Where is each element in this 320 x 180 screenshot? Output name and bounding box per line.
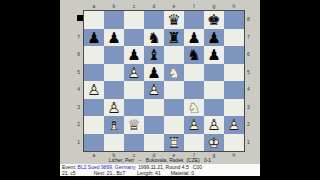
square-f5[interactable] [184, 64, 204, 82]
white-queen-fill: ♛ [124, 116, 144, 134]
square-e8[interactable]: ♛ [164, 11, 184, 29]
square-d6[interactable]: ♝ [144, 46, 164, 64]
square-d1[interactable] [144, 134, 164, 152]
white-rook: ♖ [164, 134, 184, 152]
chess-diagram-stage: abcdefgh 87654321 87654321 ♛♚♟♟♞♜♟♟♟♝♞♟♟… [0, 0, 320, 180]
material-field: Material: 0 [171, 171, 194, 177]
square-g3[interactable] [204, 99, 224, 117]
square-d3[interactable] [144, 99, 164, 117]
white-pawn: ♙ [204, 116, 224, 134]
square-d2[interactable] [144, 116, 164, 134]
square-g2[interactable]: ♟♙ [204, 116, 224, 134]
square-a7[interactable]: ♟ [84, 29, 104, 47]
square-e2[interactable] [164, 116, 184, 134]
square-d5[interactable]: ♟ [144, 64, 164, 82]
square-h6[interactable] [224, 46, 244, 64]
rank-label-2: 2 [66, 116, 80, 134]
square-f2[interactable]: ♟♙ [184, 116, 204, 134]
square-b7[interactable]: ♟ [104, 29, 124, 47]
square-a1[interactable] [84, 134, 104, 152]
letterbox-left [0, 0, 60, 180]
square-c3[interactable] [124, 99, 144, 117]
white-pawn-fill: ♟ [204, 116, 224, 134]
black-pawn: ♟ [124, 46, 144, 64]
square-g6[interactable]: ♟ [204, 46, 224, 64]
white-king: ♔ [204, 134, 224, 152]
square-b3[interactable]: ♟♙ [104, 99, 124, 117]
white-pawn: ♙ [84, 81, 104, 99]
black-queen: ♛ [164, 11, 184, 29]
white-pawn: ♙ [124, 64, 144, 82]
white-pawn-fill: ♟ [224, 116, 244, 134]
rank-label-6: 6 [66, 46, 80, 64]
file-label-d: d [144, 2, 164, 10]
white-knight-fill: ♞ [184, 99, 204, 117]
file-label-e: e [164, 2, 184, 10]
square-a5[interactable] [84, 64, 104, 82]
black-king: ♚ [204, 11, 224, 29]
white-pawn-fill: ♟ [124, 64, 144, 82]
square-e6[interactable] [164, 46, 184, 64]
square-g4[interactable] [204, 81, 224, 99]
square-f7[interactable]: ♟ [184, 29, 204, 47]
square-a2[interactable] [84, 116, 104, 134]
square-b8[interactable] [104, 11, 124, 29]
rank-label-5: 5 [247, 64, 261, 82]
rank-label-1: 1 [247, 134, 261, 152]
black-pawn: ♟ [144, 64, 164, 82]
white-knight: ♘ [184, 99, 204, 117]
square-b5[interactable] [104, 64, 124, 82]
rank-labels-left: 87654321 [66, 11, 80, 151]
rank-label-2: 2 [247, 116, 261, 134]
square-f8[interactable] [184, 11, 204, 29]
square-a6[interactable] [84, 46, 104, 64]
rank-label-4: 4 [66, 81, 80, 99]
square-c7[interactable] [124, 29, 144, 47]
rank-label-8: 8 [247, 11, 261, 29]
square-h2[interactable]: ♟♙ [224, 116, 244, 134]
black-pawn: ♟ [184, 29, 204, 47]
square-h7[interactable] [224, 29, 244, 47]
rank-labels-right: 87654321 [247, 11, 261, 151]
black-to-move-indicator [77, 15, 83, 21]
file-label-f: f [184, 2, 204, 10]
black-pawn: ♟ [204, 29, 224, 47]
white-queen: ♕ [124, 116, 144, 134]
game-title-line: Licher, Petr -- Bukovala, Radek (CZE) 0-… [60, 156, 260, 164]
file-label-g: g [204, 2, 224, 10]
rank-label-6: 6 [247, 46, 261, 64]
square-f3[interactable]: ♞♘ [184, 99, 204, 117]
square-c6[interactable]: ♟ [124, 46, 144, 64]
file-label-b: b [104, 2, 124, 10]
square-c2[interactable]: ♛♕ [124, 116, 144, 134]
square-g1[interactable]: ♚♔ [204, 134, 224, 152]
file-label-c: c [124, 2, 144, 10]
square-b6[interactable] [104, 46, 124, 64]
white-pawn: ♙ [224, 116, 244, 134]
white-pawn-fill: ♟ [104, 99, 124, 117]
square-a4[interactable]: ♟♙ [84, 81, 104, 99]
black-knight: ♞ [144, 29, 164, 47]
rank-label-7: 7 [247, 29, 261, 47]
square-g7[interactable]: ♟ [204, 29, 224, 47]
rank-label-4: 4 [247, 81, 261, 99]
square-h4[interactable] [224, 81, 244, 99]
square-b1[interactable] [104, 134, 124, 152]
white-rook-fill: ♜ [164, 134, 184, 152]
white-knight-fill: ♞ [164, 64, 184, 82]
black-pawn: ♟ [204, 46, 224, 64]
black-pawn: ♟ [84, 29, 104, 47]
square-f1[interactable] [184, 134, 204, 152]
game-info-box: Event: BL2 Sued 9899, Germany 1999.11.21… [60, 164, 260, 176]
board-frame: abcdefgh 87654321 87654321 ♛♚♟♟♞♜♟♟♟♝♞♟♟… [60, 0, 260, 164]
square-g8[interactable]: ♚ [204, 11, 224, 29]
move-played: 21. c5 [62, 171, 76, 177]
rank-label-1: 1 [66, 134, 80, 152]
square-d8[interactable] [144, 11, 164, 29]
white-king-fill: ♚ [204, 134, 224, 152]
square-c4[interactable] [124, 81, 144, 99]
square-c8[interactable] [124, 11, 144, 29]
square-h1[interactable] [224, 134, 244, 152]
eco-code: C00 [193, 164, 202, 170]
file-label-a: a [84, 2, 104, 10]
square-e3[interactable] [164, 99, 184, 117]
square-h5[interactable] [224, 64, 244, 82]
square-c5[interactable]: ♟♙ [124, 64, 144, 82]
square-a3[interactable] [84, 99, 104, 117]
status-line: 21. c5Next: 21...Bc7Length: 41Material: … [62, 171, 260, 177]
board[interactable]: ♛♚♟♟♞♜♟♟♟♝♞♟♟♙♟♞♘♟♙♟♙♟♙♞♘♝♗♛♕♟♙♟♙♟♙♜♖♚♔ [84, 11, 244, 151]
black-rook: ♜ [164, 29, 184, 47]
square-b2[interactable]: ♝♗ [104, 116, 124, 134]
next-move: Next: 21...Bc7 [94, 171, 125, 177]
white-pawn: ♙ [184, 116, 204, 134]
rank-label-5: 5 [66, 64, 80, 82]
white-pawn: ♙ [144, 81, 164, 99]
square-a8[interactable] [84, 11, 104, 29]
square-d4[interactable]: ♟♙ [144, 81, 164, 99]
white-bishop: ♗ [104, 116, 124, 134]
square-f4[interactable] [184, 81, 204, 99]
letterbox-right [260, 0, 320, 180]
file-labels-top: abcdefgh [84, 2, 244, 10]
white-knight: ♘ [164, 64, 184, 82]
square-f6[interactable]: ♞ [184, 46, 204, 64]
file-label-h: h [224, 2, 244, 10]
square-h3[interactable] [224, 99, 244, 117]
square-c1[interactable] [124, 134, 144, 152]
black-bishop: ♝ [144, 46, 164, 64]
square-d7[interactable]: ♞ [144, 29, 164, 47]
square-e5[interactable]: ♞♘ [164, 64, 184, 82]
rank-label-3: 3 [247, 99, 261, 117]
square-e7[interactable]: ♜ [164, 29, 184, 47]
white-pawn: ♙ [104, 99, 124, 117]
square-g5[interactable] [204, 64, 224, 82]
rank-label-7: 7 [66, 29, 80, 47]
square-b4[interactable] [104, 81, 124, 99]
rank-label-3: 3 [66, 99, 80, 117]
white-pawn-fill: ♟ [84, 81, 104, 99]
black-knight: ♞ [184, 46, 204, 64]
white-pawn-fill: ♟ [144, 81, 164, 99]
white-bishop-fill: ♝ [104, 116, 124, 134]
black-pawn: ♟ [104, 29, 124, 47]
square-e4[interactable] [164, 81, 184, 99]
square-e1[interactable]: ♜♖ [164, 134, 184, 152]
white-pawn-fill: ♟ [184, 116, 204, 134]
square-h8[interactable] [224, 11, 244, 29]
length-field: Length: 41 [137, 171, 161, 177]
